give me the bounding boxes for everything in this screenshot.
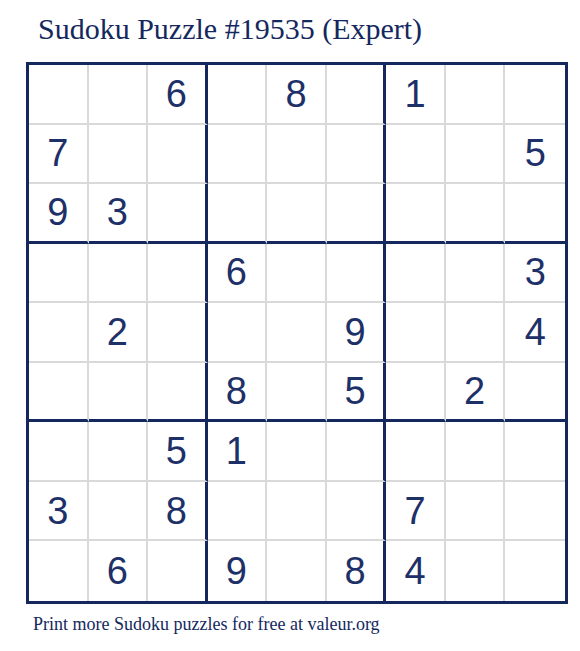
cell-r5c4 (208, 303, 268, 363)
cell-r2c2 (89, 125, 149, 185)
cell-r4c6 (327, 244, 387, 304)
cell-r3c7 (386, 184, 446, 244)
cell-r9c1 (29, 541, 89, 601)
cell-r1c6 (327, 65, 387, 125)
footer-text: Print more Sudoku puzzles for free at va… (33, 614, 380, 635)
cell-r1c7: 1 (386, 65, 446, 125)
cell-r3c2: 3 (89, 184, 149, 244)
cell-r8c8 (446, 482, 506, 542)
cell-r5c9: 4 (505, 303, 565, 363)
cell-r9c9 (505, 541, 565, 601)
cell-r6c3 (148, 363, 208, 423)
cell-r9c4: 9 (208, 541, 268, 601)
page-title: Sudoku Puzzle #19535 (Expert) (38, 12, 422, 46)
cell-r7c8 (446, 422, 506, 482)
cell-r8c6 (327, 482, 387, 542)
cell-r3c3 (148, 184, 208, 244)
cell-r4c9: 3 (505, 244, 565, 304)
cell-r8c4 (208, 482, 268, 542)
cell-r7c3: 5 (148, 422, 208, 482)
cell-r2c5 (267, 125, 327, 185)
cell-r6c4: 8 (208, 363, 268, 423)
cell-r5c7 (386, 303, 446, 363)
cell-r6c2 (89, 363, 149, 423)
cell-r6c8: 2 (446, 363, 506, 423)
cell-r4c2 (89, 244, 149, 304)
cell-r6c7 (386, 363, 446, 423)
cell-r7c9 (505, 422, 565, 482)
cell-r7c7 (386, 422, 446, 482)
cell-r2c7 (386, 125, 446, 185)
cell-r8c9 (505, 482, 565, 542)
cell-r6c1 (29, 363, 89, 423)
cell-r4c5 (267, 244, 327, 304)
cell-r2c3 (148, 125, 208, 185)
cell-r9c6: 8 (327, 541, 387, 601)
cell-r5c1 (29, 303, 89, 363)
cell-r9c5 (267, 541, 327, 601)
cell-r1c3: 6 (148, 65, 208, 125)
cell-r3c1: 9 (29, 184, 89, 244)
cell-r3c4 (208, 184, 268, 244)
cell-r1c1 (29, 65, 89, 125)
cell-r5c3 (148, 303, 208, 363)
cell-r5c8 (446, 303, 506, 363)
cell-r8c1: 3 (29, 482, 89, 542)
cell-r9c8 (446, 541, 506, 601)
cell-r5c5 (267, 303, 327, 363)
cell-r1c5: 8 (267, 65, 327, 125)
cell-r2c6 (327, 125, 387, 185)
cell-r2c4 (208, 125, 268, 185)
cell-r8c3: 8 (148, 482, 208, 542)
cell-r2c1: 7 (29, 125, 89, 185)
cell-r9c3 (148, 541, 208, 601)
cell-r8c2 (89, 482, 149, 542)
cell-r7c6 (327, 422, 387, 482)
cell-r1c4 (208, 65, 268, 125)
cell-r4c7 (386, 244, 446, 304)
cell-r2c9: 5 (505, 125, 565, 185)
cell-r2c8 (446, 125, 506, 185)
cell-r6c6: 5 (327, 363, 387, 423)
cell-r4c4: 6 (208, 244, 268, 304)
cell-r8c5 (267, 482, 327, 542)
cell-r8c7: 7 (386, 482, 446, 542)
cell-r7c1 (29, 422, 89, 482)
cell-r4c1 (29, 244, 89, 304)
cell-r3c6 (327, 184, 387, 244)
cell-r7c2 (89, 422, 149, 482)
cell-r4c3 (148, 244, 208, 304)
cell-r7c5 (267, 422, 327, 482)
cell-r9c7: 4 (386, 541, 446, 601)
cell-r3c8 (446, 184, 506, 244)
cell-r1c9 (505, 65, 565, 125)
cell-r6c5 (267, 363, 327, 423)
cell-r6c9 (505, 363, 565, 423)
cell-r1c8 (446, 65, 506, 125)
cell-r5c6: 9 (327, 303, 387, 363)
sudoku-page: Sudoku Puzzle #19535 (Expert) 6817593632… (0, 0, 580, 651)
cell-r3c5 (267, 184, 327, 244)
cell-r5c2: 2 (89, 303, 149, 363)
cell-r3c9 (505, 184, 565, 244)
cell-r9c2: 6 (89, 541, 149, 601)
cell-r7c4: 1 (208, 422, 268, 482)
sudoku-board: 681759363294852513876984 (26, 62, 568, 604)
cell-r4c8 (446, 244, 506, 304)
cell-r1c2 (89, 65, 149, 125)
